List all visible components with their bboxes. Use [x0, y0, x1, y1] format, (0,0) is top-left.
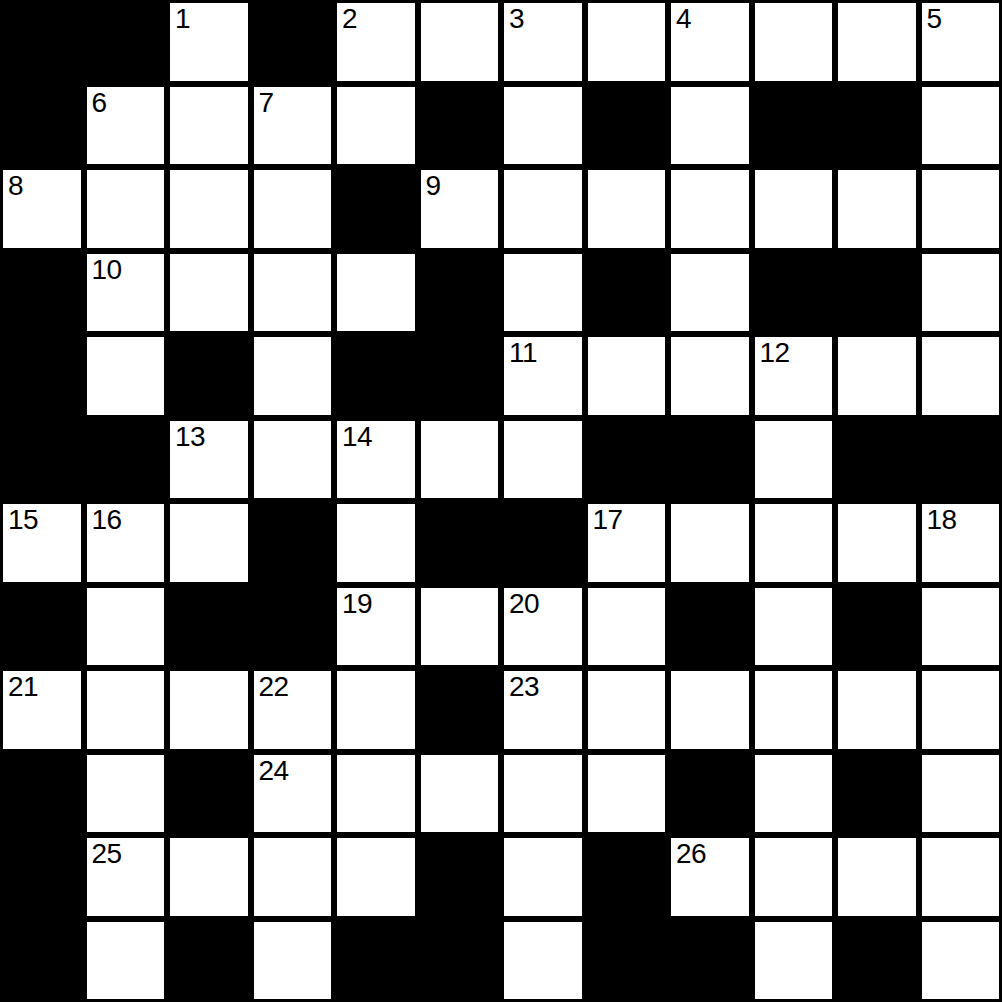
block-r1c4 [251, 0, 335, 84]
cell-r7c9[interactable] [668, 501, 752, 585]
cell-r2c9[interactable] [668, 84, 752, 168]
cell-r5c4[interactable] [251, 334, 335, 418]
clue-number-2: 2 [342, 4, 357, 33]
cell-r10c10[interactable] [752, 752, 836, 836]
cell-r11c4[interactable] [251, 835, 335, 919]
block-r7c7 [501, 501, 585, 585]
cell-r12c4[interactable] [251, 919, 335, 1002]
cell-r3c7[interactable] [501, 167, 585, 251]
clue-number-4: 4 [676, 4, 691, 33]
cell-r10c2[interactable] [84, 752, 168, 836]
clue-number-23: 23 [509, 672, 539, 701]
cell-r11c3[interactable] [167, 835, 251, 919]
block-r6c1 [0, 418, 84, 502]
cell-r1c5[interactable]: 2 [334, 0, 418, 84]
clue-number-5: 5 [927, 4, 942, 33]
block-r6c11 [835, 418, 919, 502]
cell-r3c1[interactable]: 8 [0, 167, 84, 251]
cell-r1c8[interactable] [585, 0, 669, 84]
cell-r1c9[interactable]: 4 [668, 0, 752, 84]
cell-r7c5[interactable] [334, 501, 418, 585]
cell-r6c4[interactable] [251, 418, 335, 502]
clue-number-13: 13 [175, 422, 205, 451]
block-r8c1 [0, 585, 84, 669]
block-r10c9 [668, 752, 752, 836]
cell-r7c12[interactable]: 18 [919, 501, 1002, 585]
clue-number-17: 17 [593, 505, 623, 534]
cell-r1c3[interactable]: 1 [167, 0, 251, 84]
cell-r9c10[interactable] [752, 668, 836, 752]
cell-r3c8[interactable] [585, 167, 669, 251]
cell-r2c2[interactable]: 6 [84, 84, 168, 168]
clue-number-26: 26 [676, 839, 706, 868]
cell-r4c4[interactable] [251, 251, 335, 335]
cell-r6c10[interactable] [752, 418, 836, 502]
clue-number-10: 10 [92, 255, 122, 284]
block-r10c3 [167, 752, 251, 836]
block-r11c6 [418, 835, 502, 919]
block-r3c5 [334, 167, 418, 251]
clue-number-7: 7 [259, 88, 274, 117]
block-r2c1 [0, 84, 84, 168]
cell-r11c2[interactable]: 25 [84, 835, 168, 919]
cell-r11c10[interactable] [752, 835, 836, 919]
block-r4c11 [835, 251, 919, 335]
cell-r4c7[interactable] [501, 251, 585, 335]
block-r4c1 [0, 251, 84, 335]
cell-r10c4[interactable]: 24 [251, 752, 335, 836]
cell-r3c6[interactable]: 9 [418, 167, 502, 251]
block-r8c3 [167, 585, 251, 669]
cell-r12c7[interactable] [501, 919, 585, 1002]
cell-r4c3[interactable] [167, 251, 251, 335]
cell-r5c2[interactable] [84, 334, 168, 418]
block-r5c3 [167, 334, 251, 418]
cell-r9c9[interactable] [668, 668, 752, 752]
cell-r9c8[interactable] [585, 668, 669, 752]
cell-r5c11[interactable] [835, 334, 919, 418]
cell-r3c10[interactable] [752, 167, 836, 251]
cell-r11c9[interactable]: 26 [668, 835, 752, 919]
cell-r5c8[interactable] [585, 334, 669, 418]
cell-r4c9[interactable] [668, 251, 752, 335]
cell-r2c12[interactable] [919, 84, 1002, 168]
cell-r4c2[interactable]: 10 [84, 251, 168, 335]
block-r7c4 [251, 501, 335, 585]
cell-r10c5[interactable] [334, 752, 418, 836]
cell-r2c4[interactable]: 7 [251, 84, 335, 168]
cell-r8c8[interactable] [585, 585, 669, 669]
block-r6c9 [668, 418, 752, 502]
cell-r8c7[interactable]: 20 [501, 585, 585, 669]
cell-r6c5[interactable]: 14 [334, 418, 418, 502]
block-r8c4 [251, 585, 335, 669]
block-r5c1 [0, 334, 84, 418]
clue-number-9: 9 [426, 171, 441, 200]
cell-r8c12[interactable] [919, 585, 1002, 669]
block-r5c5 [334, 334, 418, 418]
cell-r7c3[interactable] [167, 501, 251, 585]
crossword-grid: 1234567891011121314151617181920212223242… [0, 0, 1002, 1002]
block-r4c8 [585, 251, 669, 335]
cell-r3c3[interactable] [167, 167, 251, 251]
cell-r6c6[interactable] [418, 418, 502, 502]
cell-r1c7[interactable]: 3 [501, 0, 585, 84]
cell-r7c10[interactable] [752, 501, 836, 585]
cell-r4c12[interactable] [919, 251, 1002, 335]
cell-r12c10[interactable] [752, 919, 836, 1002]
cell-r9c11[interactable] [835, 668, 919, 752]
cell-r3c12[interactable] [919, 167, 1002, 251]
block-r12c9 [668, 919, 752, 1002]
cell-r9c2[interactable] [84, 668, 168, 752]
cell-r1c11[interactable] [835, 0, 919, 84]
cell-r8c6[interactable] [418, 585, 502, 669]
block-r4c6 [418, 251, 502, 335]
clue-number-8: 8 [8, 171, 23, 200]
block-r12c5 [334, 919, 418, 1002]
clue-number-22: 22 [259, 672, 289, 701]
cell-r12c12[interactable] [919, 919, 1002, 1002]
block-r6c2 [84, 418, 168, 502]
block-r8c11 [835, 585, 919, 669]
block-r12c8 [585, 919, 669, 1002]
clue-number-3: 3 [509, 4, 524, 33]
cell-r8c10[interactable] [752, 585, 836, 669]
block-r6c12 [919, 418, 1002, 502]
cell-r7c2[interactable]: 16 [84, 501, 168, 585]
clue-number-6: 6 [92, 88, 107, 117]
block-r12c11 [835, 919, 919, 1002]
block-r1c2 [84, 0, 168, 84]
cell-r5c9[interactable] [668, 334, 752, 418]
cell-r9c3[interactable] [167, 668, 251, 752]
block-r8c9 [668, 585, 752, 669]
clue-number-12: 12 [760, 338, 790, 367]
block-r10c11 [835, 752, 919, 836]
cell-r10c7[interactable] [501, 752, 585, 836]
block-r7c6 [418, 501, 502, 585]
clue-number-18: 18 [927, 505, 957, 534]
block-r10c1 [0, 752, 84, 836]
cell-r5c12[interactable] [919, 334, 1002, 418]
block-r2c8 [585, 84, 669, 168]
cell-r3c11[interactable] [835, 167, 919, 251]
cell-r9c12[interactable] [919, 668, 1002, 752]
block-r1c1 [0, 0, 84, 84]
cell-r1c6[interactable] [418, 0, 502, 84]
cell-r2c7[interactable] [501, 84, 585, 168]
block-r5c6 [418, 334, 502, 418]
cell-r9c5[interactable] [334, 668, 418, 752]
cell-r10c6[interactable] [418, 752, 502, 836]
cell-r12c2[interactable] [84, 919, 168, 1002]
block-r12c1 [0, 919, 84, 1002]
cell-r8c5[interactable]: 19 [334, 585, 418, 669]
block-r12c3 [167, 919, 251, 1002]
clue-number-21: 21 [8, 672, 38, 701]
cell-r2c3[interactable] [167, 84, 251, 168]
cell-r7c8[interactable]: 17 [585, 501, 669, 585]
cell-r3c9[interactable] [668, 167, 752, 251]
cell-r1c10[interactable] [752, 0, 836, 84]
clue-number-14: 14 [342, 422, 372, 451]
cell-r11c5[interactable] [334, 835, 418, 919]
cell-r9c7[interactable]: 23 [501, 668, 585, 752]
cell-r5c10[interactable]: 12 [752, 334, 836, 418]
clue-number-24: 24 [259, 756, 289, 785]
clue-number-1: 1 [175, 4, 190, 33]
cell-r3c2[interactable] [84, 167, 168, 251]
cell-r6c7[interactable] [501, 418, 585, 502]
block-r12c6 [418, 919, 502, 1002]
cell-r9c4[interactable]: 22 [251, 668, 335, 752]
block-r4c10 [752, 251, 836, 335]
cell-r3c4[interactable] [251, 167, 335, 251]
cell-r6c3[interactable]: 13 [167, 418, 251, 502]
cell-r11c7[interactable] [501, 835, 585, 919]
block-r9c6 [418, 668, 502, 752]
block-r6c8 [585, 418, 669, 502]
cell-r5c7[interactable]: 11 [501, 334, 585, 418]
clue-number-16: 16 [92, 505, 122, 534]
cell-r2c5[interactable] [334, 84, 418, 168]
clue-number-20: 20 [509, 589, 539, 618]
cell-r9c1[interactable]: 21 [0, 668, 84, 752]
cell-r8c2[interactable] [84, 585, 168, 669]
cell-r11c12[interactable] [919, 835, 1002, 919]
block-r11c1 [0, 835, 84, 919]
clue-number-25: 25 [92, 839, 122, 868]
cell-r7c1[interactable]: 15 [0, 501, 84, 585]
cell-r11c11[interactable] [835, 835, 919, 919]
cell-r1c12[interactable]: 5 [919, 0, 1002, 84]
block-r11c8 [585, 835, 669, 919]
block-r2c11 [835, 84, 919, 168]
cell-r7c11[interactable] [835, 501, 919, 585]
cell-r10c12[interactable] [919, 752, 1002, 836]
clue-number-15: 15 [8, 505, 38, 534]
clue-number-19: 19 [342, 589, 372, 618]
clue-number-11: 11 [509, 338, 537, 367]
block-r2c6 [418, 84, 502, 168]
cell-r10c8[interactable] [585, 752, 669, 836]
cell-r4c5[interactable] [334, 251, 418, 335]
block-r2c10 [752, 84, 836, 168]
